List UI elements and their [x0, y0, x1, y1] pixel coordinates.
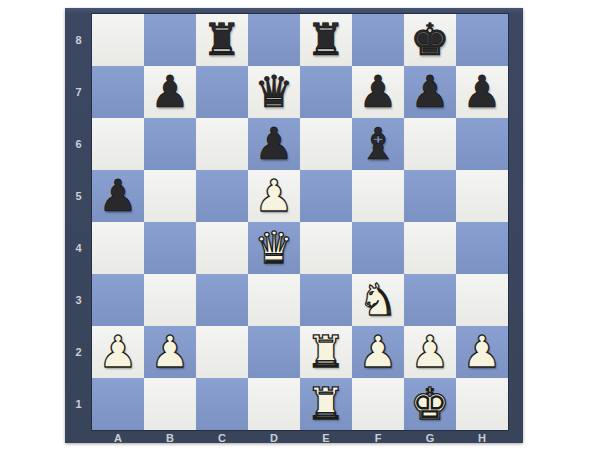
- rank-label-6: 6: [65, 118, 92, 170]
- rank-labels: 87654321: [65, 14, 92, 430]
- square-e8[interactable]: ♜: [300, 14, 352, 66]
- file-label-e: E: [300, 432, 352, 445]
- piece-white-pawn: ♟: [462, 326, 501, 378]
- square-a7[interactable]: [92, 66, 144, 118]
- square-d2[interactable]: [248, 326, 300, 378]
- square-c2[interactable]: [196, 326, 248, 378]
- file-labels: ABCDEFGH: [92, 432, 508, 445]
- square-c4[interactable]: [196, 222, 248, 274]
- square-h3[interactable]: [456, 274, 508, 326]
- square-a4[interactable]: [92, 222, 144, 274]
- piece-black-pawn: ♟: [254, 118, 293, 170]
- square-h2[interactable]: ♟: [456, 326, 508, 378]
- piece-black-queen: ♛: [254, 66, 293, 118]
- square-c1[interactable]: [196, 378, 248, 430]
- square-b2[interactable]: ♟: [144, 326, 196, 378]
- file-label-a: A: [92, 432, 144, 445]
- rank-label-8: 8: [65, 14, 92, 66]
- piece-white-pawn: ♟: [98, 326, 137, 378]
- square-b6[interactable]: [144, 118, 196, 170]
- square-g3[interactable]: [404, 274, 456, 326]
- square-e7[interactable]: [300, 66, 352, 118]
- square-d1[interactable]: [248, 378, 300, 430]
- piece-white-pawn: ♟: [254, 170, 293, 222]
- square-d6[interactable]: ♟: [248, 118, 300, 170]
- square-c7[interactable]: [196, 66, 248, 118]
- square-b7[interactable]: ♟: [144, 66, 196, 118]
- square-c8[interactable]: ♜: [196, 14, 248, 66]
- piece-white-rook: ♜: [306, 326, 345, 378]
- square-d5[interactable]: ♟: [248, 170, 300, 222]
- square-a2[interactable]: ♟: [92, 326, 144, 378]
- square-h6[interactable]: [456, 118, 508, 170]
- file-label-c: C: [196, 432, 248, 445]
- square-e4[interactable]: [300, 222, 352, 274]
- square-g4[interactable]: [404, 222, 456, 274]
- rank-label-4: 4: [65, 222, 92, 274]
- square-f4[interactable]: [352, 222, 404, 274]
- square-h7[interactable]: ♟: [456, 66, 508, 118]
- square-f5[interactable]: [352, 170, 404, 222]
- page-background: 87654321 ♜♜♚♟♛♟♟♟♟♝♟♟♛♞♟♟♜♟♟♟♜♚ ABCDEFGH: [0, 0, 600, 450]
- square-d7[interactable]: ♛: [248, 66, 300, 118]
- rank-label-3: 3: [65, 274, 92, 326]
- rank-label-5: 5: [65, 170, 92, 222]
- square-g1[interactable]: ♚: [404, 378, 456, 430]
- square-h5[interactable]: [456, 170, 508, 222]
- square-d3[interactable]: [248, 274, 300, 326]
- rank-label-7: 7: [65, 66, 92, 118]
- piece-white-king: ♚: [410, 378, 449, 430]
- piece-black-pawn: ♟: [462, 66, 501, 118]
- square-e3[interactable]: [300, 274, 352, 326]
- square-h1[interactable]: [456, 378, 508, 430]
- square-e1[interactable]: ♜: [300, 378, 352, 430]
- square-c3[interactable]: [196, 274, 248, 326]
- file-label-d: D: [248, 432, 300, 445]
- square-c6[interactable]: [196, 118, 248, 170]
- chess-board: 87654321 ♜♜♚♟♛♟♟♟♟♝♟♟♛♞♟♟♜♟♟♟♜♚ ABCDEFGH: [65, 8, 523, 443]
- file-label-h: H: [456, 432, 508, 445]
- file-label-b: B: [144, 432, 196, 445]
- square-e5[interactable]: [300, 170, 352, 222]
- square-a3[interactable]: [92, 274, 144, 326]
- square-b3[interactable]: [144, 274, 196, 326]
- square-e6[interactable]: [300, 118, 352, 170]
- square-f1[interactable]: [352, 378, 404, 430]
- square-f7[interactable]: ♟: [352, 66, 404, 118]
- piece-black-bishop: ♝: [358, 118, 397, 170]
- square-b5[interactable]: [144, 170, 196, 222]
- square-a6[interactable]: [92, 118, 144, 170]
- piece-black-pawn: ♟: [150, 66, 189, 118]
- square-b1[interactable]: [144, 378, 196, 430]
- square-e2[interactable]: ♜: [300, 326, 352, 378]
- square-c5[interactable]: [196, 170, 248, 222]
- square-b4[interactable]: [144, 222, 196, 274]
- square-b8[interactable]: [144, 14, 196, 66]
- square-f6[interactable]: ♝: [352, 118, 404, 170]
- piece-black-rook: ♜: [306, 14, 345, 66]
- piece-white-pawn: ♟: [150, 326, 189, 378]
- piece-white-pawn: ♟: [358, 326, 397, 378]
- square-g2[interactable]: ♟: [404, 326, 456, 378]
- piece-black-rook: ♜: [202, 14, 241, 66]
- square-h8[interactable]: [456, 14, 508, 66]
- square-f3[interactable]: ♞: [352, 274, 404, 326]
- piece-black-pawn: ♟: [410, 66, 449, 118]
- square-g8[interactable]: ♚: [404, 14, 456, 66]
- square-g6[interactable]: [404, 118, 456, 170]
- file-label-f: F: [352, 432, 404, 445]
- piece-white-rook: ♜: [306, 378, 345, 430]
- square-g7[interactable]: ♟: [404, 66, 456, 118]
- rank-label-1: 1: [65, 378, 92, 430]
- piece-black-pawn: ♟: [98, 170, 137, 222]
- square-d4[interactable]: ♛: [248, 222, 300, 274]
- piece-black-pawn: ♟: [358, 66, 397, 118]
- piece-black-king: ♚: [410, 14, 449, 66]
- square-a1[interactable]: [92, 378, 144, 430]
- square-d8[interactable]: [248, 14, 300, 66]
- file-label-g: G: [404, 432, 456, 445]
- piece-white-pawn: ♟: [410, 326, 449, 378]
- square-h4[interactable]: [456, 222, 508, 274]
- piece-white-knight: ♞: [358, 274, 397, 326]
- square-a5[interactable]: ♟: [92, 170, 144, 222]
- square-g5[interactable]: [404, 170, 456, 222]
- rank-label-2: 2: [65, 326, 92, 378]
- piece-white-queen: ♛: [254, 222, 293, 274]
- square-a8[interactable]: [92, 14, 144, 66]
- board-grid: ♜♜♚♟♛♟♟♟♟♝♟♟♛♞♟♟♜♟♟♟♜♚: [92, 14, 508, 430]
- square-f2[interactable]: ♟: [352, 326, 404, 378]
- square-f8[interactable]: [352, 14, 404, 66]
